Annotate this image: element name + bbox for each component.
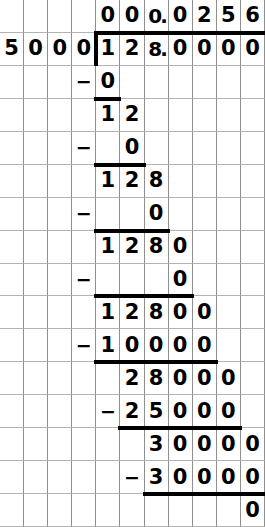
cell-r5c2 [48,165,72,198]
cell-r6c5 [120,198,144,231]
cell-r2c9 [217,66,241,99]
cell-r4c3: − [72,132,96,165]
cell-r8c0 [0,264,24,297]
cell-r10c9 [217,329,241,362]
cell-r3c7 [169,99,193,132]
cell-r10c7: 0 [169,329,193,362]
cell-r14c5: − [120,461,144,494]
cell-r0c5: 0 [120,0,144,33]
cell-r14c4 [96,461,120,494]
cell-r1c1: 0 [24,33,48,66]
cell-r10c4: 1 [96,329,120,362]
cell-r8c10 [241,264,265,297]
cell-r7c9 [217,231,241,264]
cell-r14c2 [48,461,72,494]
cell-r1c8: 0 [193,33,217,66]
cell-r13c1 [24,428,48,461]
cell-r13c4 [96,428,120,461]
cell-r12c7: 0 [169,395,193,428]
cell-r15c2 [48,494,72,527]
cell-r13c0 [0,428,24,461]
cell-r14c7: 0 [169,461,193,494]
cell-r6c4 [96,198,120,231]
cell-r10c6: 0 [145,329,169,362]
cell-r13c6: 3 [145,428,169,461]
division-bar [94,31,265,35]
cell-r10c5: 0 [120,329,144,362]
cell-r5c8 [193,165,217,198]
cell-r8c6 [145,264,169,297]
cell-r15c3 [72,494,96,527]
cell-r6c6: 0 [145,198,169,231]
subtraction-rule-4 [94,294,193,298]
cell-r10c10 [241,329,265,362]
cell-r8c7: 0 [169,264,193,297]
cell-r0c2 [48,0,72,33]
cell-r3c2 [48,99,72,132]
cell-r1c5: 2 [120,33,144,66]
cell-r9c10 [241,296,265,329]
cell-r0c3 [72,0,96,33]
cell-r5c1 [24,165,48,198]
long-division-worksheet: 000.02565000128.0000−012−0128−01280−0128… [0,0,265,527]
cell-r4c6 [145,132,169,165]
squared-paper-grid: 000.02565000128.0000−012−0128−01280−0128… [0,0,265,527]
cell-r10c2 [48,329,72,362]
cell-r12c5: 2 [120,395,144,428]
cell-r15c6 [145,494,169,527]
cell-r5c5: 2 [120,165,144,198]
cell-r6c9 [217,198,241,231]
cell-r12c10 [241,395,265,428]
cell-r15c9 [217,494,241,527]
cell-r2c2 [48,66,72,99]
cell-r11c7: 0 [169,362,193,395]
cell-r12c4: − [96,395,120,428]
cell-r11c6: 8 [145,362,169,395]
cell-r7c4: 1 [96,231,120,264]
cell-r5c10 [241,165,265,198]
cell-r12c2 [48,395,72,428]
cell-r7c0 [0,231,24,264]
cell-r8c9 [217,264,241,297]
cell-r2c0 [0,66,24,99]
cell-r9c3 [72,296,96,329]
cell-r11c5: 2 [120,362,144,395]
cell-r1c9: 0 [217,33,241,66]
cell-r2c4: 0 [96,66,120,99]
cell-r6c0 [0,198,24,231]
cell-r4c0 [0,132,24,165]
cell-r9c5: 2 [120,296,144,329]
cell-r7c2 [48,231,72,264]
cell-r0c6: 0. [145,0,169,33]
cell-r6c10 [241,198,265,231]
cell-r0c10: 6 [241,0,265,33]
subtraction-rule-1 [94,97,121,101]
cell-r7c5: 2 [120,231,144,264]
cell-r1c7: 0 [169,33,193,66]
cell-r9c9 [217,296,241,329]
cell-r4c2 [48,132,72,165]
cell-r12c6: 5 [145,395,169,428]
cell-r7c8 [193,231,217,264]
cell-r3c0 [0,99,24,132]
cell-r1c10: 0 [241,33,265,66]
cell-r3c1 [24,99,48,132]
cell-r0c7: 0 [169,0,193,33]
cell-r8c4 [96,264,120,297]
cell-r14c9: 0 [217,461,241,494]
cell-r7c10 [241,231,265,264]
cell-r9c1 [24,296,48,329]
cell-r14c10: 0 [241,461,265,494]
cell-r11c1 [24,362,48,395]
cell-r5c9 [217,165,241,198]
cell-r7c3 [72,231,96,264]
cell-r0c8: 2 [193,0,217,33]
cell-r15c0 [0,494,24,527]
cell-r3c8 [193,99,217,132]
cell-r12c0 [0,395,24,428]
cell-r13c9: 0 [217,428,241,461]
cell-r5c7 [169,165,193,198]
cell-r5c3 [72,165,96,198]
cell-r12c3 [72,395,96,428]
cell-r15c7 [169,494,193,527]
subtraction-rule-5 [94,360,217,364]
cell-r14c1 [24,461,48,494]
subtraction-rule-7 [143,492,265,496]
cell-r4c1 [24,132,48,165]
cell-r14c0 [0,461,24,494]
cell-r2c5 [120,66,144,99]
cell-r2c1 [24,66,48,99]
cell-r12c1 [24,395,48,428]
cell-r0c9: 5 [217,0,241,33]
cell-r8c3: − [72,264,96,297]
cell-r9c0 [0,296,24,329]
cell-r10c0 [0,329,24,362]
cell-r13c7: 0 [169,428,193,461]
cell-r3c5: 2 [120,99,144,132]
cell-r3c3 [72,99,96,132]
cell-r2c7 [169,66,193,99]
cell-r6c1 [24,198,48,231]
cell-r14c8: 0 [193,461,217,494]
cell-r4c7 [169,132,193,165]
cell-r6c8 [193,198,217,231]
cell-r2c8 [193,66,217,99]
cell-r11c8: 0 [193,362,217,395]
cell-r3c9 [217,99,241,132]
cell-r3c10 [241,99,265,132]
cell-r10c8: 0 [193,329,217,362]
cell-r1c2: 0 [48,33,72,66]
cell-r0c1 [24,0,48,33]
cell-r3c4: 1 [96,99,120,132]
cell-r15c10: 0 [241,494,265,527]
cell-r8c8 [193,264,217,297]
cell-r10c3: − [72,329,96,362]
cell-r8c5 [120,264,144,297]
cell-r11c2 [48,362,72,395]
cell-r2c10 [241,66,265,99]
cell-r4c8 [193,132,217,165]
cell-r6c7 [169,198,193,231]
cell-r0c4: 0 [96,0,120,33]
cell-r9c6: 8 [145,296,169,329]
cell-r4c5: 0 [120,132,144,165]
subtraction-rule-3 [94,229,169,233]
cell-r3c6 [145,99,169,132]
cell-r8c2 [48,264,72,297]
cell-r4c9 [217,132,241,165]
cell-r9c8: 0 [193,296,217,329]
cell-r0c0 [0,0,24,33]
cell-r14c6: 3 [145,461,169,494]
cell-r5c6: 8 [145,165,169,198]
cell-r15c4 [96,494,120,527]
cell-r12c8: 0 [193,395,217,428]
cell-r15c1 [24,494,48,527]
subtraction-rule-2 [94,163,145,167]
cell-r6c2 [48,198,72,231]
cell-r13c2 [48,428,72,461]
cell-r15c8 [193,494,217,527]
cell-r11c10 [241,362,265,395]
cell-r6c3: − [72,198,96,231]
cell-r5c0 [0,165,24,198]
cell-r4c4 [96,132,120,165]
subtraction-rule-6 [118,426,241,430]
cell-r2c3: − [72,66,96,99]
cell-r4c10 [241,132,265,165]
cell-r1c3: 0 [72,33,96,66]
cell-r14c3 [72,461,96,494]
cell-r1c4: 1 [96,33,120,66]
cell-r13c3 [72,428,96,461]
cell-r1c0: 5 [0,33,24,66]
cell-r2c6 [145,66,169,99]
cell-r11c9: 0 [217,362,241,395]
cell-r7c6: 8 [145,231,169,264]
cell-r13c5 [120,428,144,461]
cell-r10c1 [24,329,48,362]
cell-r11c0 [0,362,24,395]
cell-r13c8: 0 [193,428,217,461]
cell-r7c7: 0 [169,231,193,264]
division-bracket [94,31,98,66]
cell-r11c3 [72,362,96,395]
cell-r7c1 [24,231,48,264]
cell-r9c7: 0 [169,296,193,329]
cell-r12c9: 0 [217,395,241,428]
cell-r8c1 [24,264,48,297]
cell-r15c5 [120,494,144,527]
cell-r9c2 [48,296,72,329]
cell-r11c4 [96,362,120,395]
cell-r9c4: 1 [96,296,120,329]
cell-r5c4: 1 [96,165,120,198]
cell-r1c6: 8. [145,33,169,66]
cell-r13c10: 0 [241,428,265,461]
